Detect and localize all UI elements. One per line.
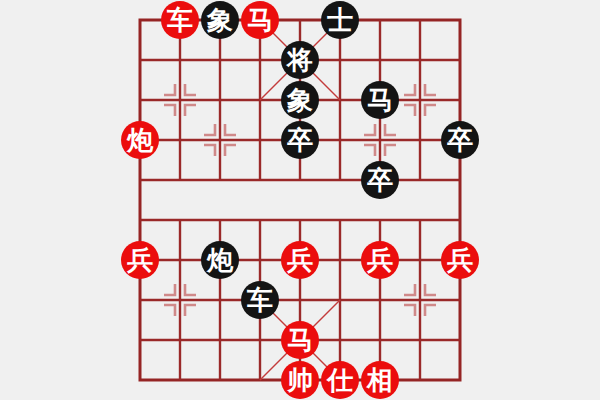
piece-black-soldier[interactable]: 卒 xyxy=(281,121,319,159)
piece-red-elephant[interactable]: 相 xyxy=(361,361,399,399)
piece-black-chariot[interactable]: 车 xyxy=(241,281,279,319)
piece-black-cannon[interactable]: 炮 xyxy=(201,241,239,279)
piece-red-advisor[interactable]: 仕 xyxy=(321,361,359,399)
xiangqi-app: 车象马士将象马炮卒卒卒兵炮兵兵兵车马帅仕相 xyxy=(0,0,600,400)
piece-red-cannon[interactable]: 炮 xyxy=(121,121,159,159)
piece-red-horse[interactable]: 马 xyxy=(241,1,279,39)
piece-black-general[interactable]: 将 xyxy=(281,41,319,79)
piece-black-soldier[interactable]: 卒 xyxy=(361,161,399,199)
piece-red-soldier[interactable]: 兵 xyxy=(361,241,399,279)
piece-black-horse[interactable]: 马 xyxy=(361,81,399,119)
piece-red-general[interactable]: 帅 xyxy=(281,361,319,399)
piece-black-elephant[interactable]: 象 xyxy=(201,1,239,39)
piece-red-soldier[interactable]: 兵 xyxy=(441,241,479,279)
piece-black-advisor[interactable]: 士 xyxy=(321,1,359,39)
xiangqi-board[interactable]: 车象马士将象马炮卒卒卒兵炮兵兵兵车马帅仕相 xyxy=(120,0,480,400)
piece-red-soldier[interactable]: 兵 xyxy=(121,241,159,279)
piece-red-horse[interactable]: 马 xyxy=(281,321,319,359)
piece-black-elephant[interactable]: 象 xyxy=(281,81,319,119)
piece-red-soldier[interactable]: 兵 xyxy=(281,241,319,279)
piece-black-soldier[interactable]: 卒 xyxy=(441,121,479,159)
piece-red-chariot[interactable]: 车 xyxy=(161,1,199,39)
